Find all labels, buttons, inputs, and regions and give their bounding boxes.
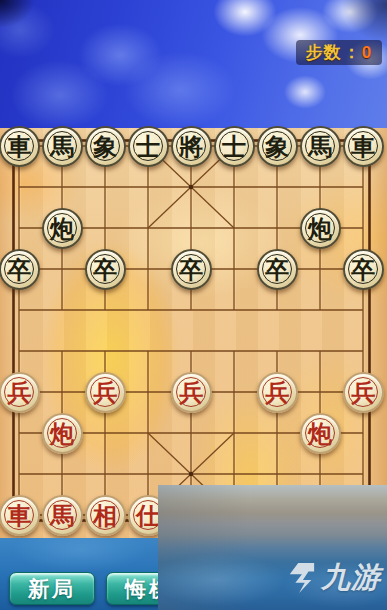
watermark-logo: 九游: [286, 558, 381, 598]
move-counter-label: 步数: [306, 41, 342, 64]
piece-glyph: 卒: [351, 258, 375, 282]
piece-black-soldier[interactable]: 卒: [0, 249, 40, 290]
piece-red-soldier[interactable]: 兵: [85, 372, 126, 413]
piece-black-advisor[interactable]: 士: [128, 126, 169, 167]
piece-glyph: 車: [7, 135, 31, 159]
piece-glyph: 兵: [351, 381, 375, 405]
blur-overlay: 九游: [158, 485, 387, 610]
piece-black-cannon[interactable]: 炮: [300, 208, 341, 249]
piece-glyph: 相: [93, 504, 117, 528]
piece-glyph: 車: [7, 504, 31, 528]
piece-black-advisor[interactable]: 士: [214, 126, 255, 167]
piece-glyph: 馬: [50, 135, 74, 159]
piece-glyph: 馬: [308, 135, 332, 159]
piece-glyph: 兵: [179, 381, 203, 405]
piece-black-horse[interactable]: 馬: [300, 126, 341, 167]
piece-red-soldier[interactable]: 兵: [0, 372, 40, 413]
piece-glyph: 兵: [265, 381, 289, 405]
piece-black-soldier[interactable]: 卒: [343, 249, 384, 290]
piece-red-chariot[interactable]: 車: [0, 495, 40, 536]
piece-glyph: 馬: [50, 504, 74, 528]
piece-glyph: 卒: [93, 258, 117, 282]
piece-glyph: 卒: [265, 258, 289, 282]
piece-black-cannon[interactable]: 炮: [42, 208, 83, 249]
piece-glyph: 車: [351, 135, 375, 159]
piece-glyph: 卒: [7, 258, 31, 282]
piece-black-soldier[interactable]: 卒: [85, 249, 126, 290]
ninegame-logo-icon: [286, 561, 316, 595]
piece-black-soldier[interactable]: 卒: [171, 249, 212, 290]
piece-glyph: 兵: [93, 381, 117, 405]
piece-glyph: 象: [265, 135, 289, 159]
app-screen: 步数 ： 0: [0, 0, 387, 610]
xiangqi-board[interactable]: 車馬象士將士象馬車炮炮卒卒卒卒卒兵兵兵兵兵炮炮車馬相仕帥仕相馬車: [0, 128, 387, 540]
piece-black-elephant[interactable]: 象: [85, 126, 126, 167]
piece-glyph: 兵: [7, 381, 31, 405]
piece-red-cannon[interactable]: 炮: [300, 413, 341, 454]
piece-red-soldier[interactable]: 兵: [257, 372, 298, 413]
move-counter-separator: ：: [343, 41, 361, 64]
piece-glyph: 士: [222, 135, 246, 159]
piece-glyph: 卒: [179, 258, 203, 282]
piece-black-general[interactable]: 將: [171, 126, 212, 167]
piece-black-elephant[interactable]: 象: [257, 126, 298, 167]
piece-glyph: 炮: [308, 422, 332, 446]
piece-glyph: 炮: [50, 217, 74, 241]
piece-glyph: 將: [179, 135, 203, 159]
piece-glyph: 仕: [136, 504, 160, 528]
move-counter: 步数 ： 0: [296, 40, 382, 65]
piece-black-soldier[interactable]: 卒: [257, 249, 298, 290]
piece-red-soldier[interactable]: 兵: [171, 372, 212, 413]
piece-black-chariot[interactable]: 車: [343, 126, 384, 167]
piece-glyph: 炮: [308, 217, 332, 241]
piece-red-soldier[interactable]: 兵: [343, 372, 384, 413]
pieces-grid: 車馬象士將士象馬車炮炮卒卒卒卒卒兵兵兵兵兵炮炮車馬相仕帥仕相馬車: [0, 126, 385, 536]
piece-glyph: 士: [136, 135, 160, 159]
piece-glyph: 象: [93, 135, 117, 159]
piece-black-horse[interactable]: 馬: [42, 126, 83, 167]
piece-black-chariot[interactable]: 車: [0, 126, 40, 167]
piece-glyph: 炮: [50, 422, 74, 446]
move-counter-value: 0: [362, 43, 372, 63]
watermark-text: 九游: [321, 558, 381, 598]
piece-red-cannon[interactable]: 炮: [42, 413, 83, 454]
piece-red-elephant[interactable]: 相: [85, 495, 126, 536]
piece-red-horse[interactable]: 馬: [42, 495, 83, 536]
new-game-button[interactable]: 新局: [9, 572, 95, 605]
